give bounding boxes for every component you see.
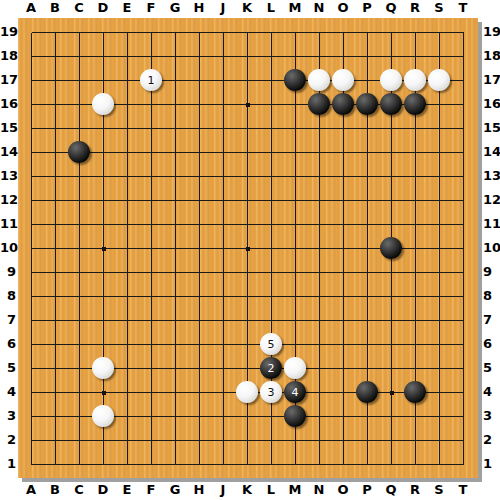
star-point [390, 391, 394, 395]
coord-label-bottom-n: N [307, 483, 331, 497]
stone-black-m3[interactable] [284, 405, 306, 427]
coord-label-right-15: 15 [483, 121, 500, 135]
coord-label-top-n: N [307, 1, 331, 15]
coord-label-left-2: 2 [0, 433, 16, 447]
stone-black-q10[interactable] [380, 237, 402, 259]
coord-label-right-1: 1 [483, 457, 500, 471]
coord-label-bottom-d: D [91, 483, 115, 497]
stone-black-m17[interactable] [284, 69, 306, 91]
coord-label-bottom-k: K [235, 483, 259, 497]
stone-white-q17[interactable] [380, 69, 402, 91]
move-number: 1 [148, 75, 155, 86]
coord-label-right-4: 4 [483, 385, 500, 399]
coord-label-bottom-l: L [259, 483, 283, 497]
stone-white-f17[interactable]: 1 [140, 69, 162, 91]
coord-label-right-14: 14 [483, 145, 500, 159]
coord-label-left-17: 17 [0, 73, 16, 87]
coord-label-right-9: 9 [483, 265, 500, 279]
coord-label-bottom-g: G [163, 483, 187, 497]
coord-label-bottom-j: J [211, 483, 235, 497]
coord-label-top-b: B [43, 1, 67, 15]
coord-label-right-10: 10 [483, 241, 500, 255]
move-number: 4 [292, 387, 299, 398]
coord-label-bottom-q: Q [379, 483, 403, 497]
coord-label-right-2: 2 [483, 433, 500, 447]
stone-white-m5[interactable] [284, 357, 306, 379]
coord-label-right-13: 13 [483, 169, 500, 183]
coord-label-right-17: 17 [483, 73, 500, 87]
coord-label-left-15: 15 [0, 121, 16, 135]
coord-label-top-j: J [211, 1, 235, 15]
stone-black-o16[interactable] [332, 93, 354, 115]
stone-white-o17[interactable] [332, 69, 354, 91]
star-point [102, 391, 106, 395]
stone-black-q16[interactable] [380, 93, 402, 115]
go-board[interactable]: 15234 [18, 18, 478, 478]
coord-label-bottom-r: R [403, 483, 427, 497]
coord-label-top-s: S [427, 1, 451, 15]
coord-label-left-8: 8 [0, 289, 16, 303]
coord-label-top-k: K [235, 1, 259, 15]
coord-label-left-1: 1 [0, 457, 16, 471]
coord-label-top-f: F [139, 1, 163, 15]
coord-label-top-q: Q [379, 1, 403, 15]
stone-white-d5[interactable] [92, 357, 114, 379]
coord-label-left-10: 10 [0, 241, 16, 255]
stone-white-l4[interactable]: 3 [260, 381, 282, 403]
move-number: 5 [268, 339, 275, 350]
stone-black-m4[interactable]: 4 [284, 381, 306, 403]
coord-label-top-a: A [19, 1, 43, 15]
coord-label-top-c: C [67, 1, 91, 15]
stone-white-s17[interactable] [428, 69, 450, 91]
coord-label-left-19: 19 [0, 25, 16, 39]
coord-label-bottom-b: B [43, 483, 67, 497]
coord-label-bottom-m: M [283, 483, 307, 497]
coord-label-left-7: 7 [0, 313, 16, 327]
coord-label-top-l: L [259, 1, 283, 15]
stone-white-n17[interactable] [308, 69, 330, 91]
coord-label-bottom-s: S [427, 483, 451, 497]
coord-label-top-h: H [187, 1, 211, 15]
stone-black-c14[interactable] [68, 141, 90, 163]
stone-white-d3[interactable] [92, 405, 114, 427]
coord-label-bottom-o: O [331, 483, 355, 497]
go-board-screen: 15234 AABBCCDDEEFFGGHHJJKKLLMMNNOOPPQQRR… [0, 0, 500, 500]
coord-label-bottom-e: E [115, 483, 139, 497]
star-point [102, 247, 106, 251]
coord-label-top-d: D [91, 1, 115, 15]
coord-label-left-11: 11 [0, 217, 16, 231]
coord-label-left-18: 18 [0, 49, 16, 63]
coord-label-left-9: 9 [0, 265, 16, 279]
stone-black-n16[interactable] [308, 93, 330, 115]
move-number: 3 [268, 387, 275, 398]
stone-black-p16[interactable] [356, 93, 378, 115]
coord-label-left-12: 12 [0, 193, 16, 207]
coord-label-right-11: 11 [483, 217, 500, 231]
coord-label-right-19: 19 [483, 25, 500, 39]
coord-label-top-m: M [283, 1, 307, 15]
move-number: 2 [268, 363, 275, 374]
coord-label-right-7: 7 [483, 313, 500, 327]
coord-label-top-o: O [331, 1, 355, 15]
coord-label-left-6: 6 [0, 337, 16, 351]
coord-label-bottom-f: F [139, 483, 163, 497]
coord-label-right-16: 16 [483, 97, 500, 111]
stone-black-p4[interactable] [356, 381, 378, 403]
coord-label-left-4: 4 [0, 385, 16, 399]
coord-label-bottom-p: P [355, 483, 379, 497]
star-point [246, 103, 250, 107]
coord-label-top-r: R [403, 1, 427, 15]
coord-label-left-5: 5 [0, 361, 16, 375]
coord-label-left-16: 16 [0, 97, 16, 111]
stone-white-k4[interactable] [236, 381, 258, 403]
coord-label-top-p: P [355, 1, 379, 15]
coord-label-bottom-t: T [451, 483, 475, 497]
stone-white-d16[interactable] [92, 93, 114, 115]
coord-label-top-t: T [451, 1, 475, 15]
coord-label-left-3: 3 [0, 409, 16, 423]
coord-label-left-13: 13 [0, 169, 16, 183]
coord-label-right-18: 18 [483, 49, 500, 63]
stone-black-l5[interactable]: 2 [260, 357, 282, 379]
coord-label-bottom-c: C [67, 483, 91, 497]
stone-black-r16[interactable] [404, 93, 426, 115]
coord-label-right-8: 8 [483, 289, 500, 303]
coord-label-top-e: E [115, 1, 139, 15]
coord-label-top-g: G [163, 1, 187, 15]
coord-label-right-3: 3 [483, 409, 500, 423]
star-point [246, 247, 250, 251]
stone-white-l6[interactable]: 5 [260, 333, 282, 355]
coord-label-bottom-a: A [19, 483, 43, 497]
coord-label-bottom-h: H [187, 483, 211, 497]
stone-white-r17[interactable] [404, 69, 426, 91]
stone-black-r4[interactable] [404, 381, 426, 403]
coord-label-left-14: 14 [0, 145, 16, 159]
coord-label-right-6: 6 [483, 337, 500, 351]
coord-label-right-12: 12 [483, 193, 500, 207]
coord-label-right-5: 5 [483, 361, 500, 375]
